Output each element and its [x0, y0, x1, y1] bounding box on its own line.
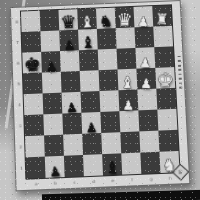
square-e3	[100, 111, 120, 133]
table-shadow-strip	[42, 190, 200, 200]
square-g8	[133, 6, 153, 27]
square-f8	[115, 7, 135, 28]
square-g6	[135, 47, 155, 68]
square-c2	[63, 134, 83, 156]
square-g2	[139, 131, 159, 153]
rank-label-1: 1	[17, 157, 26, 179]
chess-board: 87654321 ♛♝♞♛♟♜♟♝♚♟♟♝♟♚♟♟♟♟♝♞ abcdefgh ♕	[10, 0, 190, 191]
board-squares: ♛♝♞♛♟♜♟♝♚♟♟♝♟♚♟♟♟♟♝♞	[21, 5, 180, 178]
square-a3	[24, 114, 44, 136]
square-c5	[61, 71, 81, 93]
square-e2	[101, 132, 121, 154]
square-b8	[40, 10, 60, 31]
square-b4	[43, 93, 63, 115]
crown-icon: ♕	[178, 169, 184, 175]
square-f4	[118, 89, 138, 111]
square-b7	[40, 30, 60, 51]
square-c1	[64, 155, 84, 177]
square-h2	[158, 130, 178, 152]
square-e4	[99, 90, 119, 112]
square-d5	[80, 70, 100, 92]
rank-label-5: 5	[14, 73, 23, 94]
square-h4	[156, 88, 176, 110]
square-g3	[138, 110, 158, 132]
rank-label-8: 8	[13, 12, 22, 33]
square-b3	[43, 114, 63, 136]
board-frame: 87654321 ♛♝♞♛♟♜♟♝♚♟♟♝♟♚♟♟♟♟♝♞ abcdefgh ♕	[10, 0, 190, 191]
square-a2	[25, 135, 45, 157]
square-h5	[155, 67, 175, 89]
square-d3	[81, 112, 101, 134]
square-e5	[99, 69, 119, 91]
square-d6	[79, 50, 99, 71]
square-a7	[22, 31, 42, 52]
square-h7	[153, 26, 173, 47]
square-c6	[60, 50, 80, 72]
file-label-g: g	[141, 175, 161, 184]
square-d8	[77, 8, 97, 29]
square-d1	[83, 154, 103, 176]
square-f6	[117, 48, 137, 69]
square-g1	[140, 152, 160, 174]
square-e6	[98, 49, 118, 70]
file-label-f: f	[122, 175, 142, 184]
square-f3	[119, 110, 139, 132]
square-a1	[26, 157, 46, 179]
rank-label-4: 4	[15, 94, 24, 115]
square-b2	[44, 135, 64, 157]
square-b1	[45, 156, 65, 178]
file-label-e: e	[103, 176, 123, 185]
square-c4	[62, 92, 82, 114]
square-f7	[116, 27, 136, 48]
square-f2	[120, 131, 140, 153]
rank-label-2: 2	[16, 136, 25, 158]
square-h8	[152, 5, 172, 26]
square-e8	[96, 8, 116, 29]
square-f1	[121, 153, 141, 175]
file-label-a: a	[26, 179, 45, 188]
rank-label-7: 7	[13, 32, 22, 53]
rank-label-6: 6	[14, 53, 23, 74]
brand-text-illegible	[178, 56, 182, 92]
square-g4	[137, 89, 157, 111]
square-c3	[62, 113, 82, 135]
square-b6	[41, 51, 61, 73]
square-b5	[42, 72, 62, 94]
square-e1	[102, 153, 122, 175]
square-d2	[82, 133, 102, 155]
square-d4	[81, 91, 101, 113]
file-label-b: b	[46, 179, 65, 188]
square-f5	[117, 69, 137, 91]
square-a6	[22, 52, 42, 74]
rank-label-3: 3	[16, 115, 25, 136]
file-label-c: c	[65, 178, 84, 187]
file-label-d: d	[84, 177, 104, 186]
square-g5	[136, 68, 156, 90]
square-a5	[23, 73, 43, 95]
square-g7	[134, 27, 154, 48]
square-h6	[154, 46, 174, 67]
square-e7	[97, 28, 117, 49]
square-c7	[59, 30, 79, 51]
square-d7	[78, 29, 98, 50]
square-h3	[157, 109, 177, 131]
square-a4	[24, 93, 44, 115]
square-a8	[21, 11, 40, 32]
photo-background: 87654321 ♛♝♞♛♟♜♟♝♚♟♟♝♟♚♟♟♟♟♝♞ abcdefgh ♕	[0, 0, 200, 200]
square-c8	[58, 9, 78, 30]
